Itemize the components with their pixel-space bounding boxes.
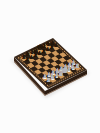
chess-piece-white-rook: ♜ — [46, 77, 51, 83]
pieces-layer: ♜♞♝♛♚♝♞♜♟♟♟♟♟♟♟♟♟♟♟♟♟♟♟♟♜♞♝♛♚♝♞♜ — [0, 0, 100, 133]
chess-piece-black-pawn: ♟ — [25, 57, 30, 63]
chess-set-photo: ♜♞♝♛♚♝♞♜♟♟♟♟♟♟♟♟♟♟♟♟♟♟♟♟♜♞♝♛♚♝♞♜ — [0, 0, 100, 133]
